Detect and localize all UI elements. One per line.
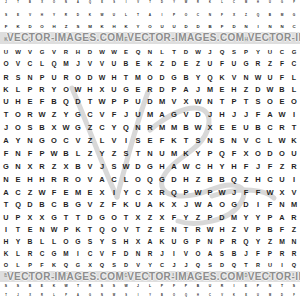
grid-cell: X: [180, 98, 192, 107]
grid-cell: C: [276, 49, 288, 57]
grid-cell: K: [0, 86, 12, 95]
grid-cell: A: [180, 86, 192, 95]
grid-cell: X: [60, 163, 72, 172]
grid-cell: R: [252, 263, 264, 270]
grid-cell: Z: [48, 111, 60, 120]
grid-cell: T: [180, 227, 192, 236]
grid-cell: W: [120, 163, 132, 172]
grid-cell: P: [204, 189, 216, 198]
grid-cell: D: [240, 201, 252, 210]
grid-cell: F: [216, 14, 228, 18]
grid-cell: R: [192, 2, 204, 5]
grid-cell: J: [204, 111, 216, 120]
grid-cell: Z: [96, 201, 108, 210]
grid-cell: S: [108, 239, 120, 248]
grid-cell: J: [156, 251, 168, 259]
grid-cell: E: [12, 14, 24, 18]
grid-cell: O: [48, 137, 60, 146]
grid-cell: T: [144, 2, 156, 5]
grid-cell: A: [144, 201, 156, 210]
grid-cell: N: [24, 74, 36, 83]
grid-cell: P: [24, 86, 36, 95]
grid-cell: G: [36, 49, 48, 57]
grid-cell: W: [96, 74, 108, 83]
grid-cell: C: [192, 14, 204, 18]
grid-cell: N: [132, 124, 144, 133]
grid-cell: J: [240, 111, 252, 120]
grid-cell: V: [84, 201, 96, 210]
grid-cell: L: [72, 150, 84, 159]
grid-cell: U: [156, 150, 168, 159]
grid-cell: S: [108, 163, 120, 172]
grid-cell: U: [0, 214, 12, 223]
grid-cell: A: [0, 137, 12, 146]
grid-cell: Z: [192, 214, 204, 223]
grid-cell: J: [180, 263, 192, 270]
grid-cell: J: [204, 49, 216, 57]
grid-cell: I: [288, 111, 300, 120]
grid-cell: W: [180, 163, 192, 172]
grid-cell: T: [0, 111, 12, 120]
grid-cell: H: [216, 227, 228, 236]
grid-cell: Z: [264, 239, 276, 248]
grid-cell: Z: [264, 61, 276, 69]
grid-cell: W: [108, 295, 120, 298]
grid-cell: T: [0, 295, 12, 298]
grid-cell: D: [168, 176, 180, 185]
grid-cell: T: [276, 285, 288, 289]
grid-cell: Q: [132, 49, 144, 57]
grid-cell: X: [204, 124, 216, 133]
grid-cell: R: [24, 111, 36, 120]
grid-cell: H: [84, 86, 96, 95]
grid-cell: Y: [252, 239, 264, 248]
grid-cell: U: [204, 61, 216, 69]
grid-cell: C: [48, 201, 60, 210]
grid-cell: L: [144, 285, 156, 289]
grid-cell: V: [12, 61, 24, 69]
grid-cell: E: [180, 61, 192, 69]
grid-cell: F: [276, 227, 288, 236]
grid-cell: N: [264, 25, 276, 31]
grid-cell: G: [288, 49, 300, 57]
grid-cell: G: [0, 163, 12, 172]
grid-cell: W: [192, 49, 204, 57]
grid-cell: O: [180, 14, 192, 18]
grid-cell: P: [180, 285, 192, 289]
grid-cell: R: [84, 285, 96, 289]
grid-cell: F: [168, 214, 180, 223]
grid-cell: Z: [276, 163, 288, 172]
grid-cell: Q: [252, 14, 264, 18]
grid-cell: J: [0, 2, 12, 5]
grid-cell: U: [252, 295, 264, 298]
grid-cell: V: [132, 2, 144, 5]
grid-cell: S: [0, 285, 12, 289]
grid-cell: O: [48, 2, 60, 5]
grid-cell: O: [216, 201, 228, 210]
grid-row: SEVHYRDKWULTAIPOCNFXZQBMG: [0, 14, 300, 18]
grid-cell: O: [0, 61, 12, 69]
grid-cell: Z: [228, 227, 240, 236]
grid-cell: O: [12, 124, 24, 133]
grid-cell: H: [0, 239, 12, 248]
grid-cell: Q: [240, 239, 252, 248]
grid-cell: X: [36, 214, 48, 223]
grid-cell: F: [108, 111, 120, 120]
grid-cell: M: [132, 74, 144, 83]
grid-cell: O: [108, 214, 120, 223]
grid-cell: U: [108, 14, 120, 18]
grid-cell: V: [84, 176, 96, 185]
grid-cell: N: [204, 14, 216, 18]
grid-cell: Y: [144, 263, 156, 270]
grid-row: KLPRYOWHXUGERDPAJMEHZDWBL: [0, 86, 300, 95]
grid-cell: Y: [96, 239, 108, 248]
grid-cell: V: [120, 227, 132, 236]
grid-cell: R: [144, 86, 156, 95]
grid-cell: T: [288, 124, 300, 133]
grid-cell: N: [276, 25, 288, 31]
watermark-text-bottom: VECTOR-IMAGES.COM VECTOR-IMAGES.COM VECT…: [0, 271, 300, 282]
grid-cell: P: [252, 285, 264, 289]
grid-cell: P: [12, 214, 24, 223]
grid-row: GNXRZXBVJSWDGHAWCHYHFJFZR: [0, 163, 300, 172]
grid-cell: Y: [108, 124, 120, 133]
grid-cell: T: [84, 227, 96, 236]
grid-cell: W: [264, 189, 276, 198]
grid-cell: B: [204, 176, 216, 185]
grid-cell: T: [84, 98, 96, 107]
grid-cell: E: [36, 285, 48, 289]
grid-cell: W: [36, 189, 48, 198]
grid-cell: N: [12, 163, 24, 172]
grid-cell: W: [216, 189, 228, 198]
grid-cell: Z: [192, 61, 204, 69]
grid-cell: X: [24, 163, 36, 172]
grid-cell: P: [120, 98, 132, 107]
grid-cell: C: [84, 251, 96, 259]
grid-cell: N: [204, 239, 216, 248]
grid-cell: D: [84, 214, 96, 223]
grid-row: UHEFBQDTWPPUDMVXWNTPTSOEO: [0, 98, 300, 107]
grid-cell: W: [204, 227, 216, 236]
grid-cell: G: [72, 239, 84, 248]
grid-cell: L: [264, 137, 276, 146]
grid-cell: R: [288, 214, 300, 223]
grid-cell: B: [60, 150, 72, 159]
grid-cell: O: [108, 227, 120, 236]
grid-cell: F: [288, 295, 300, 298]
grid-cell: C: [288, 61, 300, 69]
grid-cell: T: [12, 2, 24, 5]
grid-cell: Q: [168, 189, 180, 198]
grid-cell: B: [192, 285, 204, 289]
grid-cell: F: [252, 189, 264, 198]
grid-cell: J: [252, 163, 264, 172]
grid-cell: O: [60, 86, 72, 95]
grid-cell: S: [108, 285, 120, 289]
grid-cell: Y: [132, 25, 144, 31]
grid-cell: L: [48, 239, 60, 248]
grid-row: NEHHRROVACLOQGDHZBBQZHCUI: [0, 176, 300, 185]
grid-cell: V: [216, 295, 228, 298]
grid-cell: N: [204, 137, 216, 146]
grid-cell: Z: [156, 61, 168, 69]
grid-cell: G: [48, 214, 60, 223]
grid-cell: J: [168, 263, 180, 270]
grid-cell: S: [228, 49, 240, 57]
grid-cell: D: [192, 25, 204, 31]
grid-cell: I: [252, 25, 264, 31]
grid-cell: H: [120, 239, 132, 248]
grid-cell: B: [264, 227, 276, 236]
grid-cell: I: [168, 251, 180, 259]
grid-cell: D: [252, 86, 264, 95]
grid-cell: K: [48, 285, 60, 289]
grid-cell: B: [60, 201, 72, 210]
grid-cell: P: [36, 150, 48, 159]
grid-cell: D: [156, 86, 168, 95]
grid-cell: C: [132, 189, 144, 198]
grid-row: FKDOHZSMKHKYOUUDDBFDNINNC: [0, 25, 300, 31]
grid-cell: C: [264, 176, 276, 185]
grid-cell: E: [96, 2, 108, 5]
grid-cell: M: [60, 61, 72, 69]
grid-cell: P: [24, 263, 36, 270]
grid-cell: U: [264, 2, 276, 5]
grid-cell: Q: [204, 74, 216, 83]
grid-cell: U: [264, 74, 276, 83]
grid-cell: E: [216, 86, 228, 95]
grid-cell: U: [156, 25, 168, 31]
grid-cell: Z: [48, 163, 60, 172]
grid-cell: D: [84, 74, 96, 83]
grid-cell: H: [108, 25, 120, 31]
grid-cell: Y: [180, 214, 192, 223]
grid-cell: U: [288, 150, 300, 159]
grid-cell: A: [264, 111, 276, 120]
grid-cell: E: [228, 124, 240, 133]
grid-cell: T: [60, 214, 72, 223]
grid-cell: G: [96, 214, 108, 223]
grid-cell: L: [288, 74, 300, 83]
grid-cell: F: [252, 111, 264, 120]
grid-cell: R: [48, 176, 60, 185]
grid-cell: P: [216, 239, 228, 248]
grid-cell: T: [0, 201, 12, 210]
grid-cell: B: [24, 239, 36, 248]
grid-cell: F: [228, 150, 240, 159]
grid-cell: G: [72, 263, 84, 270]
grid-cell: J: [240, 251, 252, 259]
grid-cell: K: [48, 263, 60, 270]
grid-cell: M: [228, 214, 240, 223]
grid-cell: N: [0, 176, 12, 185]
grid-cell: M: [276, 239, 288, 248]
grid-cell: R: [36, 163, 48, 172]
grid-cell: D: [216, 214, 228, 223]
grid-cell: F: [240, 163, 252, 172]
grid-cell: P: [36, 74, 48, 83]
grid-cell: Z: [108, 150, 120, 159]
grid-cell: O: [60, 239, 72, 248]
grid-cell: W: [180, 2, 192, 5]
grid-cell: B: [36, 201, 48, 210]
grid-cell: F: [36, 98, 48, 107]
grid-cell: P: [108, 98, 120, 107]
grid-cell: S: [132, 137, 144, 146]
grid-cell: L: [96, 137, 108, 146]
grid-cell: M: [156, 98, 168, 107]
grid-cell: B: [24, 2, 36, 5]
grid-cell: A: [204, 201, 216, 210]
grid-cell: U: [276, 176, 288, 185]
grid-cell: I: [72, 251, 84, 259]
grid-cell: D: [120, 263, 132, 270]
grid-cell: B: [156, 295, 168, 298]
grid-cell: V: [180, 111, 192, 120]
grid-cell: Y: [192, 74, 204, 83]
grid-cell: H: [48, 25, 60, 31]
grid-cell: Z: [288, 227, 300, 236]
grid-cell: J: [132, 285, 144, 289]
grid-cell: D: [228, 25, 240, 31]
grid-cell: R: [60, 14, 72, 18]
grid-cell: V: [72, 137, 84, 146]
grid-cell: Q: [12, 201, 24, 210]
grid-cell: Y: [216, 163, 228, 172]
grid-cell: V: [108, 137, 120, 146]
grid-cell: Q: [216, 49, 228, 57]
grid-cell: P: [264, 251, 276, 259]
grid-cell: D: [72, 14, 84, 18]
grid-cell: F: [36, 263, 48, 270]
grid-cell: H: [216, 111, 228, 120]
grid-cell: G: [144, 163, 156, 172]
grid-cell: Y: [60, 111, 72, 120]
grid-cell: V: [180, 251, 192, 259]
grid-cell: M: [60, 251, 72, 259]
grid-cell: L: [12, 263, 24, 270]
grid-cell: R: [156, 189, 168, 198]
grid-cell: C: [12, 189, 24, 198]
grid-cell: O: [144, 25, 156, 31]
grid-cell: G: [288, 14, 300, 18]
grid-cell: J: [228, 111, 240, 120]
grid-cell: S: [216, 251, 228, 259]
grid-cell: B: [120, 61, 132, 69]
grid-cell: B: [252, 124, 264, 133]
grid-cell: G: [48, 251, 60, 259]
grid-cell: K: [288, 137, 300, 146]
grid-cell: M: [264, 295, 276, 298]
grid-cell: G: [120, 86, 132, 95]
grid-cell: Y: [48, 86, 60, 95]
grid-cell: D: [24, 201, 36, 210]
grid-cell: B: [204, 25, 216, 31]
grid-cell: T: [132, 14, 144, 18]
grid-cell: T: [132, 227, 144, 236]
grid-row: AYNGOCVZLVISEFKTSNSNVCLWK: [0, 137, 300, 146]
grid-cell: P: [204, 150, 216, 159]
grid-cell: Z: [84, 150, 96, 159]
grid-cell: E: [120, 49, 132, 57]
grid-cell: Z: [84, 137, 96, 146]
grid-cell: S: [204, 263, 216, 270]
grid-cell: U: [108, 61, 120, 69]
grid-cell: M: [144, 111, 156, 120]
grid-cell: X: [156, 214, 168, 223]
grid-cell: E: [60, 189, 72, 198]
grid-cell: F: [48, 189, 60, 198]
grid-cell: T: [240, 263, 252, 270]
grid-cell: F: [24, 150, 36, 159]
grid-cell: A: [168, 163, 180, 172]
grid-cell: K: [12, 25, 24, 31]
grid-cell: Z: [144, 214, 156, 223]
grid-cell: W: [264, 86, 276, 95]
grid-cell: T: [72, 285, 84, 289]
grid-cell: S: [192, 137, 204, 146]
grid-cell: O: [264, 98, 276, 107]
grid-cell: U: [204, 285, 216, 289]
grid-cell: P: [180, 189, 192, 198]
grid-cell: S: [0, 14, 12, 18]
grid-cell: M: [276, 14, 288, 18]
grid-cell: M: [168, 150, 180, 159]
grid-cell: O: [144, 74, 156, 83]
grid-cell: A: [0, 189, 12, 198]
grid-cell: P: [60, 227, 72, 236]
grid-cell: F: [168, 285, 180, 289]
grid-cell: I: [228, 285, 240, 289]
grid-cell: H: [108, 74, 120, 83]
grid-cell: U: [228, 61, 240, 69]
grid-cell: O: [168, 295, 180, 298]
grid-cell: Z: [240, 86, 252, 95]
grid-cell: L: [12, 86, 24, 95]
grid-cell: S: [96, 285, 108, 289]
grid-cell: W: [36, 111, 48, 120]
grid-cell: E: [132, 86, 144, 95]
grid-cell: E: [276, 98, 288, 107]
grid-cell: O: [252, 150, 264, 159]
grid-cell: G: [168, 111, 180, 120]
grid-cell: J: [0, 124, 12, 133]
grid-cell: X: [96, 189, 108, 198]
grid-cell: K: [0, 251, 12, 259]
watermark-bar-top: VECTOR-IMAGES.COM VECTOR-IMAGES.COM VECT…: [0, 32, 300, 44]
grid-cell: U: [132, 98, 144, 107]
grid-row: UWVGVRHDWWEQNLTDWJQSPYUCG: [0, 49, 300, 57]
grid-cell: K: [216, 74, 228, 83]
grid-cell: V: [228, 74, 240, 83]
grid-cell: R: [276, 251, 288, 259]
grid-cell: A: [96, 176, 108, 185]
grid-cell: Z: [192, 176, 204, 185]
grid-cell: R: [36, 86, 48, 95]
grid-cell: D: [168, 61, 180, 69]
grid-cell: E: [132, 61, 144, 69]
grid-cell: C: [156, 263, 168, 270]
grid-cell: Q: [96, 263, 108, 270]
grid-cell: K: [72, 227, 84, 236]
grid-cell: H: [204, 163, 216, 172]
grid-cell: F: [276, 61, 288, 69]
grid-cell: E: [240, 285, 252, 289]
grid-cell: V: [84, 163, 96, 172]
